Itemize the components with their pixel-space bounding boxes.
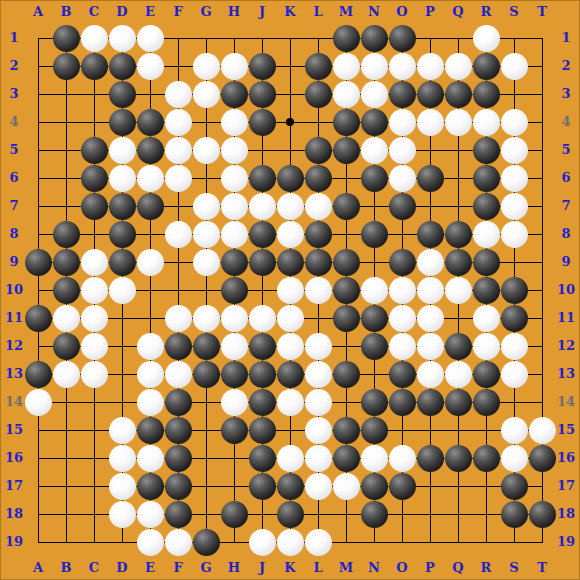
black-stone-Q9[interactable] bbox=[445, 249, 472, 276]
white-stone-L16[interactable] bbox=[305, 445, 332, 472]
black-stone-L5[interactable] bbox=[305, 137, 332, 164]
black-stone-A11[interactable] bbox=[25, 305, 52, 332]
white-stone-G8[interactable] bbox=[193, 221, 220, 248]
black-stone-D2[interactable] bbox=[109, 53, 136, 80]
black-stone-S11[interactable] bbox=[501, 305, 528, 332]
black-stone-N12[interactable] bbox=[361, 333, 388, 360]
white-stone-D16[interactable] bbox=[109, 445, 136, 472]
white-stone-F13[interactable] bbox=[165, 361, 192, 388]
black-stone-R2[interactable] bbox=[473, 53, 500, 80]
black-stone-H18[interactable] bbox=[221, 501, 248, 528]
column-label: J bbox=[250, 561, 274, 575]
column-label: N bbox=[362, 561, 386, 575]
row-label: 6 bbox=[554, 171, 578, 185]
black-stone-N11[interactable] bbox=[361, 305, 388, 332]
white-stone-K14[interactable] bbox=[277, 389, 304, 416]
column-label: T bbox=[530, 5, 554, 19]
white-stone-O5[interactable] bbox=[389, 137, 416, 164]
white-stone-F11[interactable] bbox=[165, 305, 192, 332]
column-label: M bbox=[334, 561, 358, 575]
black-stone-N15[interactable] bbox=[361, 417, 388, 444]
black-stone-Q12[interactable] bbox=[445, 333, 472, 360]
white-stone-S5[interactable] bbox=[501, 137, 528, 164]
white-stone-N2[interactable] bbox=[361, 53, 388, 80]
column-label: B bbox=[54, 561, 78, 575]
black-stone-M11[interactable] bbox=[333, 305, 360, 332]
black-stone-H3[interactable] bbox=[221, 81, 248, 108]
row-label: 15 bbox=[554, 423, 578, 437]
black-stone-J6[interactable] bbox=[249, 165, 276, 192]
white-stone-P12[interactable] bbox=[417, 333, 444, 360]
black-stone-J4[interactable] bbox=[249, 109, 276, 136]
black-stone-Q14[interactable] bbox=[445, 389, 472, 416]
row-label: 11 bbox=[2, 311, 26, 325]
black-stone-N17[interactable] bbox=[361, 473, 388, 500]
black-stone-E4[interactable] bbox=[137, 109, 164, 136]
column-label: R bbox=[474, 5, 498, 19]
black-stone-E7[interactable] bbox=[137, 193, 164, 220]
column-label: F bbox=[166, 5, 190, 19]
white-stone-T15[interactable] bbox=[529, 417, 556, 444]
white-stone-L12[interactable] bbox=[305, 333, 332, 360]
column-label: L bbox=[306, 5, 330, 19]
white-stone-H8[interactable] bbox=[221, 221, 248, 248]
white-stone-R11[interactable] bbox=[473, 305, 500, 332]
white-stone-R8[interactable] bbox=[473, 221, 500, 248]
white-stone-E9[interactable] bbox=[137, 249, 164, 276]
black-stone-G12[interactable] bbox=[193, 333, 220, 360]
white-stone-K19[interactable] bbox=[277, 529, 304, 556]
column-label: A bbox=[26, 5, 50, 19]
row-label: 16 bbox=[2, 451, 26, 465]
star-point-icon bbox=[286, 118, 294, 126]
black-stone-F14[interactable] bbox=[165, 389, 192, 416]
black-stone-M16[interactable] bbox=[333, 445, 360, 472]
white-stone-R12[interactable] bbox=[473, 333, 500, 360]
black-stone-D9[interactable] bbox=[109, 249, 136, 276]
white-stone-D18[interactable] bbox=[109, 501, 136, 528]
black-stone-O17[interactable] bbox=[389, 473, 416, 500]
row-label: 12 bbox=[554, 339, 578, 353]
column-label: C bbox=[82, 561, 106, 575]
column-label: G bbox=[194, 5, 218, 19]
white-stone-O2[interactable] bbox=[389, 53, 416, 80]
black-stone-C6[interactable] bbox=[81, 165, 108, 192]
white-stone-J7[interactable] bbox=[249, 193, 276, 220]
white-stone-L7[interactable] bbox=[305, 193, 332, 220]
row-label: 14 bbox=[554, 395, 578, 409]
white-stone-P2[interactable] bbox=[417, 53, 444, 80]
column-label: E bbox=[138, 561, 162, 575]
white-stone-C10[interactable] bbox=[81, 277, 108, 304]
black-stone-Q16[interactable] bbox=[445, 445, 472, 472]
black-stone-M1[interactable] bbox=[333, 25, 360, 52]
black-stone-H15[interactable] bbox=[221, 417, 248, 444]
black-stone-E5[interactable] bbox=[137, 137, 164, 164]
column-label: O bbox=[390, 561, 414, 575]
black-stone-P16[interactable] bbox=[417, 445, 444, 472]
white-stone-K12[interactable] bbox=[277, 333, 304, 360]
white-stone-H7[interactable] bbox=[221, 193, 248, 220]
black-stone-J17[interactable] bbox=[249, 473, 276, 500]
column-label: T bbox=[530, 561, 554, 575]
white-stone-E16[interactable] bbox=[137, 445, 164, 472]
black-stone-K6[interactable] bbox=[277, 165, 304, 192]
row-label: 6 bbox=[2, 171, 26, 185]
white-stone-G3[interactable] bbox=[193, 81, 220, 108]
black-stone-L2[interactable] bbox=[305, 53, 332, 80]
white-stone-H11[interactable] bbox=[221, 305, 248, 332]
black-stone-L9[interactable] bbox=[305, 249, 332, 276]
white-stone-M17[interactable] bbox=[333, 473, 360, 500]
column-label: L bbox=[306, 561, 330, 575]
black-stone-M7[interactable] bbox=[333, 193, 360, 220]
white-stone-D15[interactable] bbox=[109, 417, 136, 444]
white-stone-H6[interactable] bbox=[221, 165, 248, 192]
black-stone-B1[interactable] bbox=[53, 25, 80, 52]
black-stone-R9[interactable] bbox=[473, 249, 500, 276]
black-stone-R7[interactable] bbox=[473, 193, 500, 220]
column-label: H bbox=[222, 5, 246, 19]
black-stone-N18[interactable] bbox=[361, 501, 388, 528]
row-label: 9 bbox=[554, 255, 578, 269]
black-stone-O7[interactable] bbox=[389, 193, 416, 220]
go-board[interactable]: AABBCCDDEEFFGGHHJJKKLLMMNNOOPPQQRRSSTT11… bbox=[0, 0, 580, 580]
row-label: 8 bbox=[2, 227, 26, 241]
white-stone-M2[interactable] bbox=[333, 53, 360, 80]
black-stone-M9[interactable] bbox=[333, 249, 360, 276]
white-stone-S15[interactable] bbox=[501, 417, 528, 444]
black-stone-D8[interactable] bbox=[109, 221, 136, 248]
black-stone-L3[interactable] bbox=[305, 81, 332, 108]
white-stone-N16[interactable] bbox=[361, 445, 388, 472]
white-stone-N3[interactable] bbox=[361, 81, 388, 108]
row-label: 13 bbox=[554, 367, 578, 381]
black-stone-Q8[interactable] bbox=[445, 221, 472, 248]
row-label: 5 bbox=[2, 143, 26, 157]
white-stone-Q13[interactable] bbox=[445, 361, 472, 388]
white-stone-L14[interactable] bbox=[305, 389, 332, 416]
white-stone-S6[interactable] bbox=[501, 165, 528, 192]
black-stone-C7[interactable] bbox=[81, 193, 108, 220]
white-stone-G7[interactable] bbox=[193, 193, 220, 220]
white-stone-R4[interactable] bbox=[473, 109, 500, 136]
row-label: 9 bbox=[2, 255, 26, 269]
black-stone-E17[interactable] bbox=[137, 473, 164, 500]
black-stone-Q3[interactable] bbox=[445, 81, 472, 108]
white-stone-H4[interactable] bbox=[221, 109, 248, 136]
white-stone-E19[interactable] bbox=[137, 529, 164, 556]
black-stone-G13[interactable] bbox=[193, 361, 220, 388]
white-stone-F19[interactable] bbox=[165, 529, 192, 556]
black-stone-D3[interactable] bbox=[109, 81, 136, 108]
black-stone-C2[interactable] bbox=[81, 53, 108, 80]
row-label: 17 bbox=[554, 479, 578, 493]
white-stone-K11[interactable] bbox=[277, 305, 304, 332]
white-stone-P10[interactable] bbox=[417, 277, 444, 304]
column-label: O bbox=[390, 5, 414, 19]
white-stone-D17[interactable] bbox=[109, 473, 136, 500]
column-label: M bbox=[334, 5, 358, 19]
black-stone-M13[interactable] bbox=[333, 361, 360, 388]
white-stone-K8[interactable] bbox=[277, 221, 304, 248]
white-stone-E18[interactable] bbox=[137, 501, 164, 528]
black-stone-J15[interactable] bbox=[249, 417, 276, 444]
row-label: 4 bbox=[554, 115, 578, 129]
black-stone-M5[interactable] bbox=[333, 137, 360, 164]
black-stone-K9[interactable] bbox=[277, 249, 304, 276]
white-stone-N5[interactable] bbox=[361, 137, 388, 164]
black-stone-O1[interactable] bbox=[389, 25, 416, 52]
black-stone-N6[interactable] bbox=[361, 165, 388, 192]
black-stone-N4[interactable] bbox=[361, 109, 388, 136]
black-stone-A9[interactable] bbox=[25, 249, 52, 276]
black-stone-N1[interactable] bbox=[361, 25, 388, 52]
column-label: Q bbox=[446, 5, 470, 19]
black-stone-T16[interactable] bbox=[529, 445, 556, 472]
white-stone-S4[interactable] bbox=[501, 109, 528, 136]
column-label: F bbox=[166, 561, 190, 575]
black-stone-O14[interactable] bbox=[389, 389, 416, 416]
black-stone-R10[interactable] bbox=[473, 277, 500, 304]
row-label: 7 bbox=[2, 199, 26, 213]
black-stone-J14[interactable] bbox=[249, 389, 276, 416]
black-stone-T18[interactable] bbox=[529, 501, 556, 528]
row-label: 14 bbox=[2, 395, 26, 409]
black-stone-J12[interactable] bbox=[249, 333, 276, 360]
row-label: 7 bbox=[554, 199, 578, 213]
white-stone-S16[interactable] bbox=[501, 445, 528, 472]
black-stone-O9[interactable] bbox=[389, 249, 416, 276]
black-stone-P6[interactable] bbox=[417, 165, 444, 192]
black-stone-E15[interactable] bbox=[137, 417, 164, 444]
white-stone-L13[interactable] bbox=[305, 361, 332, 388]
white-stone-J11[interactable] bbox=[249, 305, 276, 332]
column-label: C bbox=[82, 5, 106, 19]
column-label: K bbox=[278, 561, 302, 575]
black-stone-R3[interactable] bbox=[473, 81, 500, 108]
black-stone-S17[interactable] bbox=[501, 473, 528, 500]
row-label: 3 bbox=[554, 87, 578, 101]
black-stone-L8[interactable] bbox=[305, 221, 332, 248]
black-stone-K13[interactable] bbox=[277, 361, 304, 388]
white-stone-D10[interactable] bbox=[109, 277, 136, 304]
black-stone-R13[interactable] bbox=[473, 361, 500, 388]
column-label: B bbox=[54, 5, 78, 19]
black-stone-D4[interactable] bbox=[109, 109, 136, 136]
row-label: 15 bbox=[2, 423, 26, 437]
white-stone-P11[interactable] bbox=[417, 305, 444, 332]
black-stone-M10[interactable] bbox=[333, 277, 360, 304]
row-label: 10 bbox=[554, 283, 578, 297]
row-label: 18 bbox=[554, 507, 578, 521]
white-stone-K7[interactable] bbox=[277, 193, 304, 220]
column-label: R bbox=[474, 561, 498, 575]
white-stone-S7[interactable] bbox=[501, 193, 528, 220]
black-stone-B12[interactable] bbox=[53, 333, 80, 360]
white-stone-E13[interactable] bbox=[137, 361, 164, 388]
white-stone-G2[interactable] bbox=[193, 53, 220, 80]
white-stone-B11[interactable] bbox=[53, 305, 80, 332]
row-label: 16 bbox=[554, 451, 578, 465]
white-stone-A14[interactable] bbox=[25, 389, 52, 416]
white-stone-L10[interactable] bbox=[305, 277, 332, 304]
column-label: Q bbox=[446, 561, 470, 575]
column-label: E bbox=[138, 5, 162, 19]
white-stone-N10[interactable] bbox=[361, 277, 388, 304]
white-stone-F5[interactable] bbox=[165, 137, 192, 164]
row-label: 19 bbox=[2, 535, 26, 549]
black-stone-M15[interactable] bbox=[333, 417, 360, 444]
white-stone-C11[interactable] bbox=[81, 305, 108, 332]
black-stone-M4[interactable] bbox=[333, 109, 360, 136]
black-stone-F16[interactable] bbox=[165, 445, 192, 472]
black-stone-D7[interactable] bbox=[109, 193, 136, 220]
white-stone-F6[interactable] bbox=[165, 165, 192, 192]
black-stone-P8[interactable] bbox=[417, 221, 444, 248]
white-stone-Q2[interactable] bbox=[445, 53, 472, 80]
row-label: 2 bbox=[2, 59, 26, 73]
row-label: 8 bbox=[554, 227, 578, 241]
white-stone-O10[interactable] bbox=[389, 277, 416, 304]
black-stone-B10[interactable] bbox=[53, 277, 80, 304]
black-stone-A13[interactable] bbox=[25, 361, 52, 388]
white-stone-S8[interactable] bbox=[501, 221, 528, 248]
row-label: 1 bbox=[2, 31, 26, 45]
row-label: 18 bbox=[2, 507, 26, 521]
white-stone-C12[interactable] bbox=[81, 333, 108, 360]
black-stone-R5[interactable] bbox=[473, 137, 500, 164]
row-label: 12 bbox=[2, 339, 26, 353]
black-stone-K18[interactable] bbox=[277, 501, 304, 528]
column-label: S bbox=[502, 5, 526, 19]
black-stone-B9[interactable] bbox=[53, 249, 80, 276]
white-stone-Q10[interactable] bbox=[445, 277, 472, 304]
black-stone-J3[interactable] bbox=[249, 81, 276, 108]
white-stone-O12[interactable] bbox=[389, 333, 416, 360]
white-stone-S13[interactable] bbox=[501, 361, 528, 388]
white-stone-D6[interactable] bbox=[109, 165, 136, 192]
white-stone-C13[interactable] bbox=[81, 361, 108, 388]
black-stone-B2[interactable] bbox=[53, 53, 80, 80]
white-stone-K10[interactable] bbox=[277, 277, 304, 304]
white-stone-L15[interactable] bbox=[305, 417, 332, 444]
white-stone-E6[interactable] bbox=[137, 165, 164, 192]
black-stone-P14[interactable] bbox=[417, 389, 444, 416]
white-stone-F3[interactable] bbox=[165, 81, 192, 108]
row-label: 13 bbox=[2, 367, 26, 381]
black-stone-J8[interactable] bbox=[249, 221, 276, 248]
black-stone-L6[interactable] bbox=[305, 165, 332, 192]
white-stone-P9[interactable] bbox=[417, 249, 444, 276]
white-stone-O6[interactable] bbox=[389, 165, 416, 192]
white-stone-G5[interactable] bbox=[193, 137, 220, 164]
black-stone-K17[interactable] bbox=[277, 473, 304, 500]
white-stone-E12[interactable] bbox=[137, 333, 164, 360]
white-stone-H5[interactable] bbox=[221, 137, 248, 164]
white-stone-O11[interactable] bbox=[389, 305, 416, 332]
white-stone-D1[interactable] bbox=[109, 25, 136, 52]
column-label: G bbox=[194, 561, 218, 575]
black-stone-F12[interactable] bbox=[165, 333, 192, 360]
white-stone-G9[interactable] bbox=[193, 249, 220, 276]
white-stone-Q4[interactable] bbox=[445, 109, 472, 136]
white-stone-E2[interactable] bbox=[137, 53, 164, 80]
black-stone-J9[interactable] bbox=[249, 249, 276, 276]
black-stone-N8[interactable] bbox=[361, 221, 388, 248]
black-stone-F17[interactable] bbox=[165, 473, 192, 500]
white-stone-L17[interactable] bbox=[305, 473, 332, 500]
row-label: 2 bbox=[554, 59, 578, 73]
black-stone-H13[interactable] bbox=[221, 361, 248, 388]
white-stone-J19[interactable] bbox=[249, 529, 276, 556]
white-stone-D5[interactable] bbox=[109, 137, 136, 164]
black-stone-R6[interactable] bbox=[473, 165, 500, 192]
black-stone-C5[interactable] bbox=[81, 137, 108, 164]
column-label: H bbox=[222, 561, 246, 575]
white-stone-M3[interactable] bbox=[333, 81, 360, 108]
column-label: K bbox=[278, 5, 302, 19]
black-stone-J2[interactable] bbox=[249, 53, 276, 80]
column-label: A bbox=[26, 561, 50, 575]
white-stone-G11[interactable] bbox=[193, 305, 220, 332]
white-stone-F4[interactable] bbox=[165, 109, 192, 136]
column-label: P bbox=[418, 561, 442, 575]
black-stone-P3[interactable] bbox=[417, 81, 444, 108]
white-stone-O4[interactable] bbox=[389, 109, 416, 136]
white-stone-H14[interactable] bbox=[221, 389, 248, 416]
black-stone-R14[interactable] bbox=[473, 389, 500, 416]
black-stone-J13[interactable] bbox=[249, 361, 276, 388]
black-stone-R16[interactable] bbox=[473, 445, 500, 472]
row-label: 1 bbox=[554, 31, 578, 45]
white-stone-C1[interactable] bbox=[81, 25, 108, 52]
black-stone-O13[interactable] bbox=[389, 361, 416, 388]
white-stone-S12[interactable] bbox=[501, 333, 528, 360]
black-stone-H10[interactable] bbox=[221, 277, 248, 304]
white-stone-L19[interactable] bbox=[305, 529, 332, 556]
column-label: D bbox=[110, 5, 134, 19]
white-stone-E14[interactable] bbox=[137, 389, 164, 416]
black-stone-B8[interactable] bbox=[53, 221, 80, 248]
white-stone-K16[interactable] bbox=[277, 445, 304, 472]
black-stone-F15[interactable] bbox=[165, 417, 192, 444]
row-label: 17 bbox=[2, 479, 26, 493]
white-stone-S2[interactable] bbox=[501, 53, 528, 80]
black-stone-H9[interactable] bbox=[221, 249, 248, 276]
black-stone-S18[interactable] bbox=[501, 501, 528, 528]
column-label: P bbox=[418, 5, 442, 19]
white-stone-P4[interactable] bbox=[417, 109, 444, 136]
black-stone-N14[interactable] bbox=[361, 389, 388, 416]
black-stone-F18[interactable] bbox=[165, 501, 192, 528]
white-stone-H12[interactable] bbox=[221, 333, 248, 360]
white-stone-E1[interactable] bbox=[137, 25, 164, 52]
white-stone-H2[interactable] bbox=[221, 53, 248, 80]
black-stone-G19[interactable] bbox=[193, 529, 220, 556]
white-stone-P13[interactable] bbox=[417, 361, 444, 388]
white-stone-F8[interactable] bbox=[165, 221, 192, 248]
white-stone-R1[interactable] bbox=[473, 25, 500, 52]
row-label: 11 bbox=[554, 311, 578, 325]
black-stone-J16[interactable] bbox=[249, 445, 276, 472]
black-stone-O3[interactable] bbox=[389, 81, 416, 108]
white-stone-O16[interactable] bbox=[389, 445, 416, 472]
black-stone-S10[interactable] bbox=[501, 277, 528, 304]
column-label: D bbox=[110, 561, 134, 575]
white-stone-B13[interactable] bbox=[53, 361, 80, 388]
white-stone-C9[interactable] bbox=[81, 249, 108, 276]
